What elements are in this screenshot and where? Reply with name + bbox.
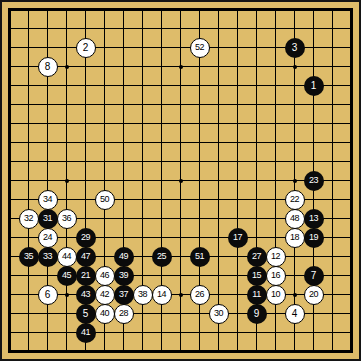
move-number: 40 bbox=[100, 309, 109, 318]
move-number: 22 bbox=[290, 195, 299, 204]
stone-black-25[interactable]: 25 bbox=[152, 247, 172, 267]
move-number: 27 bbox=[252, 252, 261, 261]
move-number: 39 bbox=[119, 271, 128, 280]
move-number: 12 bbox=[271, 252, 280, 261]
stone-white-32[interactable]: 32 bbox=[19, 209, 39, 229]
move-number: 25 bbox=[157, 252, 166, 261]
move-number: 3 bbox=[292, 43, 298, 53]
star-point bbox=[179, 65, 183, 69]
stone-white-40[interactable]: 40 bbox=[95, 304, 115, 324]
move-number: 5 bbox=[83, 309, 89, 319]
move-number: 29 bbox=[81, 233, 90, 242]
star-point bbox=[293, 65, 297, 69]
stone-white-16[interactable]: 16 bbox=[266, 266, 286, 286]
stone-white-4[interactable]: 4 bbox=[285, 304, 305, 324]
stone-black-9[interactable]: 9 bbox=[247, 304, 267, 324]
move-number: 30 bbox=[214, 309, 223, 318]
move-number: 37 bbox=[119, 290, 128, 299]
move-number: 45 bbox=[62, 271, 71, 280]
move-number: 9 bbox=[254, 309, 260, 319]
move-number: 35 bbox=[24, 252, 33, 261]
stone-black-51[interactable]: 51 bbox=[190, 247, 210, 267]
move-number: 44 bbox=[62, 252, 71, 261]
stone-black-39[interactable]: 39 bbox=[114, 266, 134, 286]
move-number: 51 bbox=[195, 252, 204, 261]
stone-white-30[interactable]: 30 bbox=[209, 304, 229, 324]
stone-white-50[interactable]: 50 bbox=[95, 190, 115, 210]
stone-black-7[interactable]: 7 bbox=[304, 266, 324, 286]
move-number: 38 bbox=[138, 290, 147, 299]
move-number: 1 bbox=[311, 81, 317, 91]
stone-black-43[interactable]: 43 bbox=[76, 285, 96, 305]
stone-white-22[interactable]: 22 bbox=[285, 190, 305, 210]
go-board[interactable]: 1234567891011121314151617181920212223242… bbox=[0, 0, 361, 361]
move-number: 47 bbox=[81, 252, 90, 261]
move-number: 42 bbox=[100, 290, 109, 299]
move-number: 11 bbox=[252, 290, 260, 299]
stone-white-20[interactable]: 20 bbox=[304, 285, 324, 305]
move-number: 14 bbox=[157, 290, 166, 299]
star-point bbox=[65, 293, 69, 297]
star-point bbox=[293, 293, 297, 297]
move-number: 41 bbox=[81, 328, 90, 337]
star-point bbox=[293, 179, 297, 183]
stone-white-28[interactable]: 28 bbox=[114, 304, 134, 324]
move-number: 21 bbox=[81, 271, 90, 280]
move-number: 17 bbox=[233, 233, 242, 242]
stone-black-15[interactable]: 15 bbox=[247, 266, 267, 286]
star-point bbox=[179, 293, 183, 297]
move-number: 33 bbox=[43, 252, 52, 261]
stone-black-17[interactable]: 17 bbox=[228, 228, 248, 248]
stone-black-35[interactable]: 35 bbox=[19, 247, 39, 267]
move-number: 49 bbox=[119, 252, 128, 261]
move-number: 28 bbox=[119, 309, 128, 318]
move-number: 4 bbox=[292, 309, 298, 319]
move-number: 20 bbox=[309, 290, 318, 299]
move-number: 13 bbox=[309, 214, 318, 223]
move-number: 34 bbox=[43, 195, 52, 204]
stone-white-8[interactable]: 8 bbox=[38, 57, 58, 77]
stone-black-11[interactable]: 11 bbox=[247, 285, 267, 305]
move-number: 8 bbox=[45, 62, 51, 72]
move-number: 6 bbox=[45, 290, 51, 300]
stone-white-38[interactable]: 38 bbox=[133, 285, 153, 305]
star-point bbox=[179, 179, 183, 183]
move-number: 43 bbox=[81, 290, 90, 299]
stone-black-5[interactable]: 5 bbox=[76, 304, 96, 324]
stone-black-27[interactable]: 27 bbox=[247, 247, 267, 267]
move-number: 19 bbox=[309, 233, 318, 242]
move-number: 18 bbox=[290, 233, 299, 242]
move-number: 50 bbox=[100, 195, 109, 204]
stone-white-12[interactable]: 12 bbox=[266, 247, 286, 267]
stone-white-2[interactable]: 2 bbox=[76, 38, 96, 58]
stone-white-6[interactable]: 6 bbox=[38, 285, 58, 305]
move-number: 15 bbox=[252, 271, 261, 280]
stone-black-37[interactable]: 37 bbox=[114, 285, 134, 305]
move-number: 24 bbox=[43, 233, 52, 242]
stone-white-18[interactable]: 18 bbox=[285, 228, 305, 248]
move-number: 23 bbox=[309, 176, 318, 185]
move-number: 10 bbox=[271, 290, 280, 299]
stone-black-19[interactable]: 19 bbox=[304, 228, 324, 248]
stone-black-1[interactable]: 1 bbox=[304, 76, 324, 96]
move-number: 32 bbox=[24, 214, 33, 223]
move-number: 16 bbox=[271, 271, 280, 280]
stone-black-41[interactable]: 41 bbox=[76, 323, 96, 343]
stone-white-36[interactable]: 36 bbox=[57, 209, 77, 229]
stone-black-31[interactable]: 31 bbox=[38, 209, 58, 229]
stone-white-46[interactable]: 46 bbox=[95, 266, 115, 286]
move-number: 52 bbox=[195, 43, 204, 52]
stone-white-42[interactable]: 42 bbox=[95, 285, 115, 305]
star-point bbox=[65, 179, 69, 183]
move-number: 2 bbox=[83, 43, 89, 53]
move-number: 31 bbox=[43, 214, 52, 223]
stone-white-48[interactable]: 48 bbox=[285, 209, 305, 229]
stone-white-44[interactable]: 44 bbox=[57, 247, 77, 267]
stone-white-26[interactable]: 26 bbox=[190, 285, 210, 305]
stone-white-52[interactable]: 52 bbox=[190, 38, 210, 58]
stone-black-47[interactable]: 47 bbox=[76, 247, 96, 267]
stone-black-33[interactable]: 33 bbox=[38, 247, 58, 267]
stone-black-3[interactable]: 3 bbox=[285, 38, 305, 58]
move-number: 36 bbox=[62, 214, 71, 223]
go-diagram: 1234567891011121314151617181920212223242… bbox=[0, 0, 361, 361]
stone-black-21[interactable]: 21 bbox=[76, 266, 96, 286]
star-point bbox=[65, 65, 69, 69]
move-number: 26 bbox=[195, 290, 204, 299]
move-number: 7 bbox=[311, 271, 317, 281]
stone-black-13[interactable]: 13 bbox=[304, 209, 324, 229]
move-number: 46 bbox=[100, 271, 109, 280]
stone-white-24[interactable]: 24 bbox=[38, 228, 58, 248]
stone-black-23[interactable]: 23 bbox=[304, 171, 324, 191]
stone-black-49[interactable]: 49 bbox=[114, 247, 134, 267]
stone-white-14[interactable]: 14 bbox=[152, 285, 172, 305]
stone-black-45[interactable]: 45 bbox=[57, 266, 77, 286]
stone-white-34[interactable]: 34 bbox=[38, 190, 58, 210]
stone-black-29[interactable]: 29 bbox=[76, 228, 96, 248]
stone-white-10[interactable]: 10 bbox=[266, 285, 286, 305]
move-number: 48 bbox=[290, 214, 299, 223]
